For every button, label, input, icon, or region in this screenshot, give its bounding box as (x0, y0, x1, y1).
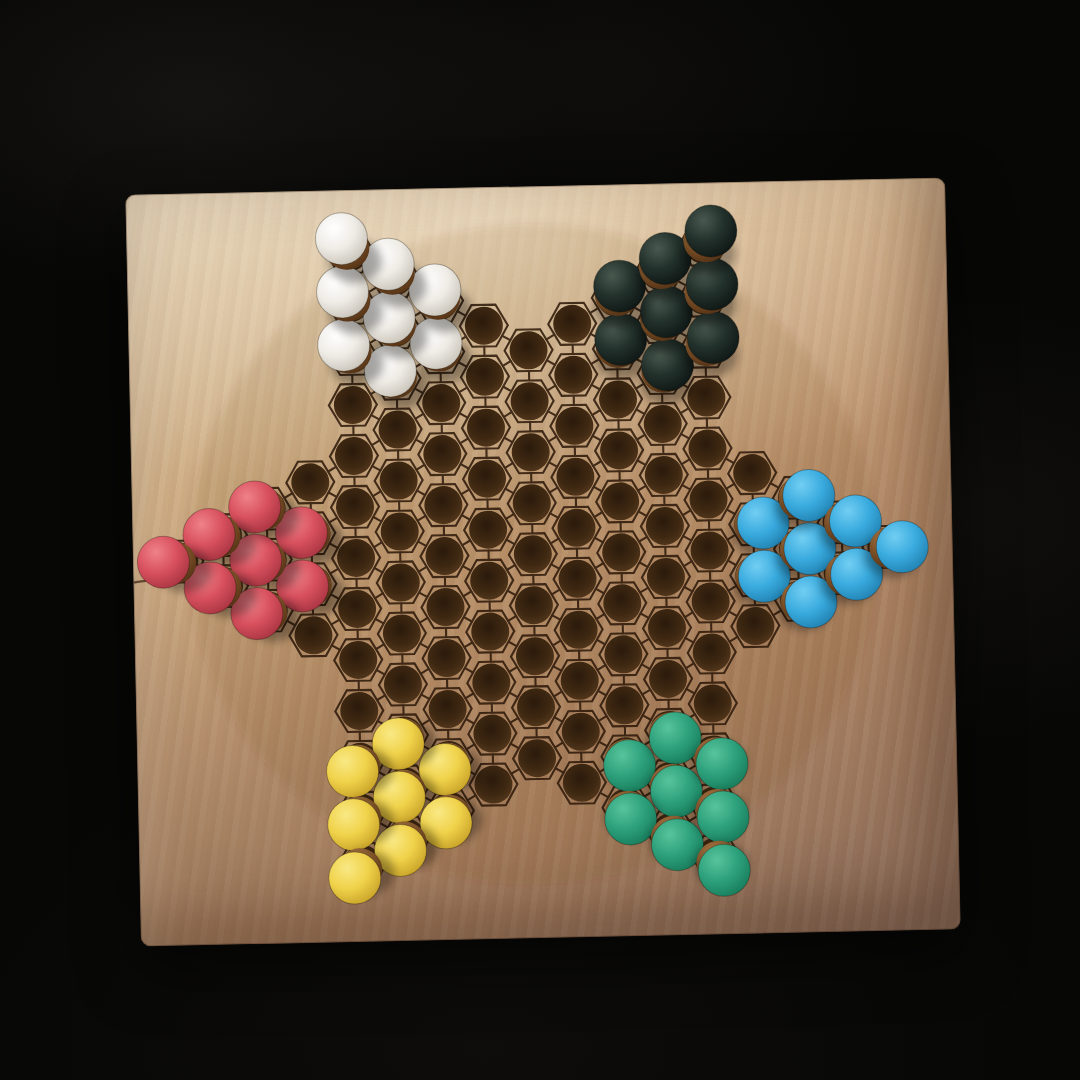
black-cloth-background (0, 0, 1080, 1080)
peg-top-green (697, 790, 750, 843)
peg-top-green (695, 737, 748, 790)
peg-top-blue (876, 520, 929, 573)
game-board (125, 177, 961, 946)
board-svg (125, 177, 961, 946)
peg-green[interactable] (694, 840, 751, 897)
peg-yellow[interactable] (328, 848, 395, 905)
peg-top-green (603, 739, 656, 792)
peg-top-yellow (326, 745, 379, 798)
peg-black[interactable] (680, 204, 737, 276)
peg-top-green (604, 792, 657, 845)
peg-top-red (137, 536, 190, 589)
peg-top-yellow (328, 852, 381, 905)
peg-top-black (593, 260, 646, 313)
peg-top-black (684, 204, 737, 257)
peg-top-white (315, 212, 368, 265)
peg-top-green (698, 844, 751, 897)
peg-top-yellow (327, 798, 380, 851)
